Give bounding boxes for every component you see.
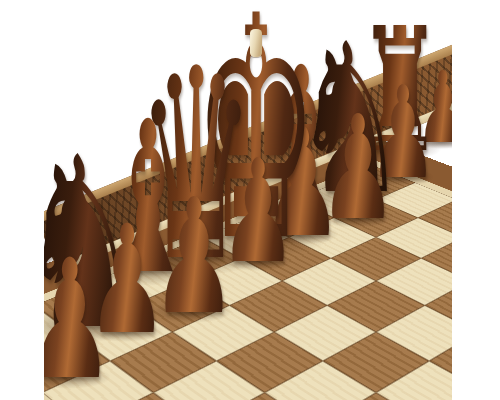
photo-scene: ♞♝♛♚♝♞♜♟♟♟♟♟♟♟♟ — [0, 0, 500, 400]
pieces-layer: ♞♝♛♚♝♞♜♟♟♟♟♟♟♟♟ — [0, 0, 500, 400]
photo-crop-mask-left — [0, 140, 44, 400]
photo-crop-mask-right — [452, 0, 500, 400]
